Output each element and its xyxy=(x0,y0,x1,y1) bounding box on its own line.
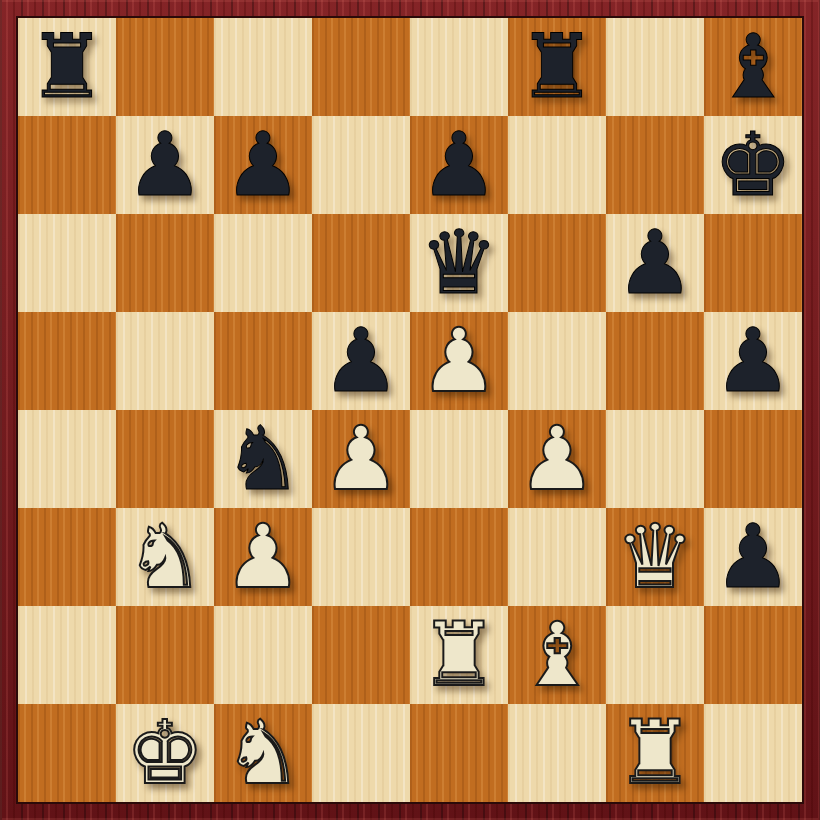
square-e8[interactable] xyxy=(410,18,508,116)
square-f5[interactable] xyxy=(508,312,606,410)
square-d6[interactable] xyxy=(312,214,410,312)
square-b1[interactable]: ♚ xyxy=(116,704,214,802)
square-e4[interactable] xyxy=(410,410,508,508)
square-a2[interactable] xyxy=(18,606,116,704)
square-b5[interactable] xyxy=(116,312,214,410)
square-a3[interactable] xyxy=(18,508,116,606)
white-rook: ♜ xyxy=(616,704,695,802)
square-c6[interactable] xyxy=(214,214,312,312)
square-f4[interactable]: ♟ xyxy=(508,410,606,508)
square-d7[interactable] xyxy=(312,116,410,214)
square-h7[interactable]: ♚ xyxy=(704,116,802,214)
square-g6[interactable]: ♟ xyxy=(606,214,704,312)
square-b4[interactable] xyxy=(116,410,214,508)
square-d1[interactable] xyxy=(312,704,410,802)
black-knight: ♞ xyxy=(224,410,303,508)
square-a5[interactable] xyxy=(18,312,116,410)
square-d2[interactable] xyxy=(312,606,410,704)
square-d8[interactable] xyxy=(312,18,410,116)
square-h4[interactable] xyxy=(704,410,802,508)
white-pawn: ♟ xyxy=(518,410,597,508)
white-pawn: ♟ xyxy=(420,312,499,410)
square-b7[interactable]: ♟ xyxy=(116,116,214,214)
white-bishop: ♝ xyxy=(518,606,597,704)
square-c7[interactable]: ♟ xyxy=(214,116,312,214)
square-e5[interactable]: ♟ xyxy=(410,312,508,410)
board-frame: ♜♜♝♟♟♟♚♛♟♟♟♟♞♟♟♞♟♛♟♜♝♚♞♜ xyxy=(0,0,820,820)
square-h8[interactable]: ♝ xyxy=(704,18,802,116)
square-d5[interactable]: ♟ xyxy=(312,312,410,410)
square-e2[interactable]: ♜ xyxy=(410,606,508,704)
white-rook: ♜ xyxy=(420,606,499,704)
black-king: ♚ xyxy=(714,116,793,214)
square-a1[interactable] xyxy=(18,704,116,802)
square-f3[interactable] xyxy=(508,508,606,606)
white-king: ♚ xyxy=(126,704,205,802)
square-h3[interactable]: ♟ xyxy=(704,508,802,606)
square-a4[interactable] xyxy=(18,410,116,508)
square-c5[interactable] xyxy=(214,312,312,410)
black-queen: ♛ xyxy=(420,214,499,312)
square-f2[interactable]: ♝ xyxy=(508,606,606,704)
square-h6[interactable] xyxy=(704,214,802,312)
square-e7[interactable]: ♟ xyxy=(410,116,508,214)
square-f1[interactable] xyxy=(508,704,606,802)
black-pawn: ♟ xyxy=(420,116,499,214)
square-c4[interactable]: ♞ xyxy=(214,410,312,508)
black-pawn: ♟ xyxy=(224,116,303,214)
square-c3[interactable]: ♟ xyxy=(214,508,312,606)
square-g1[interactable]: ♜ xyxy=(606,704,704,802)
square-g5[interactable] xyxy=(606,312,704,410)
black-rook: ♜ xyxy=(28,18,107,116)
square-c1[interactable]: ♞ xyxy=(214,704,312,802)
square-g2[interactable] xyxy=(606,606,704,704)
square-b2[interactable] xyxy=(116,606,214,704)
square-g7[interactable] xyxy=(606,116,704,214)
square-b6[interactable] xyxy=(116,214,214,312)
square-e1[interactable] xyxy=(410,704,508,802)
white-pawn: ♟ xyxy=(322,410,401,508)
white-knight: ♞ xyxy=(224,704,303,802)
square-f7[interactable] xyxy=(508,116,606,214)
chess-board: ♜♜♝♟♟♟♚♛♟♟♟♟♞♟♟♞♟♛♟♜♝♚♞♜ xyxy=(16,16,804,804)
square-h1[interactable] xyxy=(704,704,802,802)
square-f6[interactable] xyxy=(508,214,606,312)
white-queen: ♛ xyxy=(616,508,695,606)
square-a8[interactable]: ♜ xyxy=(18,18,116,116)
square-e6[interactable]: ♛ xyxy=(410,214,508,312)
square-g4[interactable] xyxy=(606,410,704,508)
square-a7[interactable] xyxy=(18,116,116,214)
black-pawn: ♟ xyxy=(616,214,695,312)
square-b3[interactable]: ♞ xyxy=(116,508,214,606)
square-d3[interactable] xyxy=(312,508,410,606)
square-f8[interactable]: ♜ xyxy=(508,18,606,116)
square-b8[interactable] xyxy=(116,18,214,116)
white-knight: ♞ xyxy=(126,508,205,606)
black-bishop: ♝ xyxy=(714,18,793,116)
square-h2[interactable] xyxy=(704,606,802,704)
square-d4[interactable]: ♟ xyxy=(312,410,410,508)
square-c8[interactable] xyxy=(214,18,312,116)
square-e3[interactable] xyxy=(410,508,508,606)
square-c2[interactable] xyxy=(214,606,312,704)
square-g3[interactable]: ♛ xyxy=(606,508,704,606)
square-h5[interactable]: ♟ xyxy=(704,312,802,410)
square-a6[interactable] xyxy=(18,214,116,312)
black-pawn: ♟ xyxy=(714,508,793,606)
black-rook: ♜ xyxy=(518,18,597,116)
square-g8[interactable] xyxy=(606,18,704,116)
white-pawn: ♟ xyxy=(224,508,303,606)
black-pawn: ♟ xyxy=(322,312,401,410)
black-pawn: ♟ xyxy=(126,116,205,214)
black-pawn: ♟ xyxy=(714,312,793,410)
